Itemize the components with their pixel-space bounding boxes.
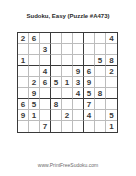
cell-r9c7 [84, 121, 95, 132]
cell-r6c7: 5 [84, 88, 95, 99]
cell-r8c9: 5 [106, 110, 117, 121]
cell-r2c9 [106, 44, 117, 55]
cell-r4c5 [62, 66, 73, 77]
cell-r5c1 [18, 77, 29, 88]
cell-r7c4: 8 [51, 99, 62, 110]
cell-r7c8 [95, 99, 106, 110]
cell-r3c8: 5 [95, 55, 106, 66]
cell-r2c3: 3 [40, 44, 51, 55]
cell-r1c2: 6 [29, 33, 40, 44]
cell-r2c7 [84, 44, 95, 55]
cell-r8c1: 9 [18, 110, 29, 121]
cell-r4c2 [29, 66, 40, 77]
cell-r5c3: 6 [40, 77, 51, 88]
cell-r9c9: 1 [106, 121, 117, 132]
cell-r9c8 [95, 121, 106, 132]
cell-r5c5: 1 [62, 77, 73, 88]
cell-r6c1 [18, 88, 29, 99]
cell-r3c5 [62, 55, 73, 66]
cell-r7c3 [40, 99, 51, 110]
cell-r5c9 [106, 77, 117, 88]
cell-r7c5 [62, 99, 73, 110]
cell-r2c4 [51, 44, 62, 55]
cell-r5c8 [95, 77, 106, 88]
cell-r8c7: 4 [84, 110, 95, 121]
cell-r3c6 [73, 55, 84, 66]
cell-r4c7: 6 [84, 66, 95, 77]
cell-r7c6 [73, 99, 84, 110]
cell-r2c8 [95, 44, 106, 55]
cell-r1c5 [62, 33, 73, 44]
cell-r4c8 [95, 66, 106, 77]
cell-r6c2: 9 [29, 88, 40, 99]
cell-r1c3 [40, 33, 51, 44]
cell-r2c5 [62, 44, 73, 55]
cell-r7c1: 6 [18, 99, 29, 110]
cell-r6c3 [40, 88, 51, 99]
cell-r4c4 [51, 66, 62, 77]
cell-r6c9 [106, 88, 117, 99]
cell-r4c3: 4 [40, 66, 51, 77]
cell-r9c3: 7 [40, 121, 51, 132]
cell-r1c4 [51, 33, 62, 44]
cell-r3c2 [29, 55, 40, 66]
sudoku-page: Sudoku, Easy (Puzzle #A473) 264315849622… [0, 0, 136, 176]
cell-r2c6 [73, 44, 84, 55]
cell-r3c9: 8 [106, 55, 117, 66]
cell-r7c2: 5 [29, 99, 40, 110]
cell-r8c4 [51, 110, 62, 121]
cell-r9c2 [29, 121, 40, 132]
cell-r5c6: 3 [73, 77, 84, 88]
cell-r9c6 [73, 121, 84, 132]
sudoku-board: 26431584962265139945865879124571 [17, 32, 118, 133]
cell-r7c7: 7 [84, 99, 95, 110]
cell-r1c7 [84, 33, 95, 44]
cell-r1c1: 2 [18, 33, 29, 44]
cell-r1c6 [73, 33, 84, 44]
cell-r2c1 [18, 44, 29, 55]
cell-r3c7 [84, 55, 95, 66]
cell-r5c4: 5 [51, 77, 62, 88]
cell-r4c6: 9 [73, 66, 84, 77]
cell-r8c3 [40, 110, 51, 121]
cell-r9c4 [51, 121, 62, 132]
cell-r8c8 [95, 110, 106, 121]
cell-r8c2: 1 [29, 110, 40, 121]
cell-r4c1 [18, 66, 29, 77]
cell-r5c7: 9 [84, 77, 95, 88]
cell-r8c5: 2 [62, 110, 73, 121]
cell-r6c6: 4 [73, 88, 84, 99]
cell-r3c1: 1 [18, 55, 29, 66]
cell-r9c5 [62, 121, 73, 132]
cell-r8c6 [73, 110, 84, 121]
cell-r6c8: 8 [95, 88, 106, 99]
cell-r6c4 [51, 88, 62, 99]
cell-r6c5 [62, 88, 73, 99]
cell-r9c1 [18, 121, 29, 132]
cell-r3c4 [51, 55, 62, 66]
cell-r1c8 [95, 33, 106, 44]
footer-url: www.PrintFreeSudoku.com [0, 162, 136, 168]
page-title: Sudoku, Easy (Puzzle #A473) [0, 13, 136, 19]
cell-r3c3 [40, 55, 51, 66]
cell-r4c9: 2 [106, 66, 117, 77]
cell-r2c2 [29, 44, 40, 55]
cell-r7c9 [106, 99, 117, 110]
cell-r1c9: 4 [106, 33, 117, 44]
cell-r5c2: 2 [29, 77, 40, 88]
